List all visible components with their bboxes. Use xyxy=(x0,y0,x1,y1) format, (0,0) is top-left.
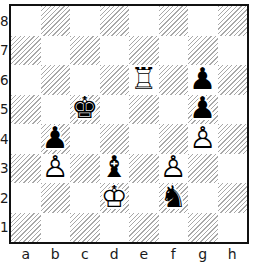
square-h5[interactable] xyxy=(218,95,248,125)
square-a7[interactable] xyxy=(11,36,41,66)
square-d8[interactable] xyxy=(100,6,130,36)
square-a3[interactable] xyxy=(11,154,41,184)
black-pawn-glyph: ♟ xyxy=(189,93,216,123)
white-pawn-fill: ♟ xyxy=(189,123,216,153)
piece-black-king-c5[interactable]: ♚ xyxy=(70,95,100,125)
square-c5[interactable]: ♚ xyxy=(70,95,100,125)
white-pawn-glyph: ♙ xyxy=(42,152,69,182)
black-pawn-glyph: ♟ xyxy=(42,123,69,153)
square-b1[interactable] xyxy=(41,213,71,243)
square-b4[interactable]: ♟ xyxy=(41,124,71,154)
piece-white-pawn-f3[interactable]: ♟♙ xyxy=(159,154,189,184)
piece-white-pawn-g4[interactable]: ♟♙ xyxy=(188,124,218,154)
file-label-f: f xyxy=(171,246,176,262)
square-c3[interactable] xyxy=(70,154,100,184)
rank-label-4: 4 xyxy=(0,131,9,147)
piece-white-pawn-b3[interactable]: ♟♙ xyxy=(41,154,71,184)
square-f4[interactable] xyxy=(159,124,189,154)
chess-diagram: 8 7 6 5 4 3 2 1 ♜♖♟♚♟♟♟♙♟♙♝♟♙♚♔♞ a b c d… xyxy=(0,0,255,263)
piece-black-bishop-d3[interactable]: ♝ xyxy=(100,154,130,184)
square-f6[interactable] xyxy=(159,65,189,95)
white-pawn-glyph: ♙ xyxy=(160,152,187,182)
square-a4[interactable] xyxy=(11,124,41,154)
square-f8[interactable] xyxy=(159,6,189,36)
square-f2[interactable]: ♞ xyxy=(159,183,189,213)
square-g7[interactable] xyxy=(188,36,218,66)
square-h6[interactable] xyxy=(218,65,248,95)
rank-label-2: 2 xyxy=(0,190,9,206)
piece-black-knight-f2[interactable]: ♞ xyxy=(159,183,189,213)
square-e3[interactable] xyxy=(129,154,159,184)
file-label-d: d xyxy=(110,246,119,262)
square-h3[interactable] xyxy=(218,154,248,184)
rank-label-6: 6 xyxy=(0,72,9,88)
square-c1[interactable] xyxy=(70,213,100,243)
white-rook-glyph: ♖ xyxy=(130,64,157,94)
black-knight-glyph: ♞ xyxy=(160,182,187,212)
square-d3[interactable]: ♝ xyxy=(100,154,130,184)
rank-label-1: 1 xyxy=(0,219,9,235)
rank-label-8: 8 xyxy=(0,13,9,29)
white-pawn-glyph: ♙ xyxy=(189,123,216,153)
square-d7[interactable] xyxy=(100,36,130,66)
square-e5[interactable] xyxy=(129,95,159,125)
square-b7[interactable] xyxy=(41,36,71,66)
rank-labels: 8 7 6 5 4 3 2 1 xyxy=(0,6,8,242)
square-g4[interactable]: ♟♙ xyxy=(188,124,218,154)
square-e1[interactable] xyxy=(129,213,159,243)
square-f3[interactable]: ♟♙ xyxy=(159,154,189,184)
file-labels: a b c d e f g h xyxy=(11,245,247,262)
square-g8[interactable] xyxy=(188,6,218,36)
square-e4[interactable] xyxy=(129,124,159,154)
rank-label-5: 5 xyxy=(0,101,9,117)
square-c4[interactable] xyxy=(70,124,100,154)
square-d5[interactable] xyxy=(100,95,130,125)
square-d2[interactable]: ♚♔ xyxy=(100,183,130,213)
black-bishop-glyph: ♝ xyxy=(101,152,128,182)
black-king-glyph: ♚ xyxy=(71,93,98,123)
square-e2[interactable] xyxy=(129,183,159,213)
file-label-g: g xyxy=(198,246,207,262)
square-c2[interactable] xyxy=(70,183,100,213)
square-f5[interactable] xyxy=(159,95,189,125)
white-pawn-fill: ♟ xyxy=(42,152,69,182)
file-label-e: e xyxy=(139,246,148,262)
piece-black-pawn-b4[interactable]: ♟ xyxy=(41,124,71,154)
square-b6[interactable] xyxy=(41,65,71,95)
square-g2[interactable] xyxy=(188,183,218,213)
square-d6[interactable] xyxy=(100,65,130,95)
square-c7[interactable] xyxy=(70,36,100,66)
white-rook-fill: ♜ xyxy=(130,64,157,94)
square-a6[interactable] xyxy=(11,65,41,95)
square-e7[interactable] xyxy=(129,36,159,66)
square-b2[interactable] xyxy=(41,183,71,213)
file-label-c: c xyxy=(81,246,89,262)
square-h8[interactable] xyxy=(218,6,248,36)
piece-black-pawn-g6[interactable]: ♟ xyxy=(188,65,218,95)
file-label-b: b xyxy=(51,246,60,262)
square-f7[interactable] xyxy=(159,36,189,66)
square-h2[interactable] xyxy=(218,183,248,213)
square-a2[interactable] xyxy=(11,183,41,213)
square-b3[interactable]: ♟♙ xyxy=(41,154,71,184)
square-e8[interactable] xyxy=(129,6,159,36)
white-king-fill: ♚ xyxy=(101,182,128,212)
chess-board: ♜♖♟♚♟♟♟♙♟♙♝♟♙♚♔♞ xyxy=(9,4,249,244)
square-d1[interactable] xyxy=(100,213,130,243)
white-king-glyph: ♔ xyxy=(101,182,128,212)
square-g6[interactable]: ♟ xyxy=(188,65,218,95)
piece-black-pawn-g5[interactable]: ♟ xyxy=(188,95,218,125)
square-a5[interactable] xyxy=(11,95,41,125)
square-c8[interactable] xyxy=(70,6,100,36)
square-f1[interactable] xyxy=(159,213,189,243)
square-e6[interactable]: ♜♖ xyxy=(129,65,159,95)
piece-white-king-d2[interactable]: ♚♔ xyxy=(100,183,130,213)
square-b5[interactable] xyxy=(41,95,71,125)
square-g3[interactable] xyxy=(188,154,218,184)
square-g1[interactable] xyxy=(188,213,218,243)
square-a8[interactable] xyxy=(11,6,41,36)
square-a1[interactable] xyxy=(11,213,41,243)
file-label-a: a xyxy=(21,246,30,262)
rank-label-7: 7 xyxy=(0,42,9,58)
rank-label-3: 3 xyxy=(0,160,9,176)
piece-white-rook-e6[interactable]: ♜♖ xyxy=(129,65,159,95)
square-b8[interactable] xyxy=(41,6,71,36)
white-pawn-fill: ♟ xyxy=(160,152,187,182)
file-label-h: h xyxy=(228,246,237,262)
square-h4[interactable] xyxy=(218,124,248,154)
square-c6[interactable] xyxy=(70,65,100,95)
square-h1[interactable] xyxy=(218,213,248,243)
square-g5[interactable]: ♟ xyxy=(188,95,218,125)
square-d4[interactable] xyxy=(100,124,130,154)
square-h7[interactable] xyxy=(218,36,248,66)
black-pawn-glyph: ♟ xyxy=(189,64,216,94)
